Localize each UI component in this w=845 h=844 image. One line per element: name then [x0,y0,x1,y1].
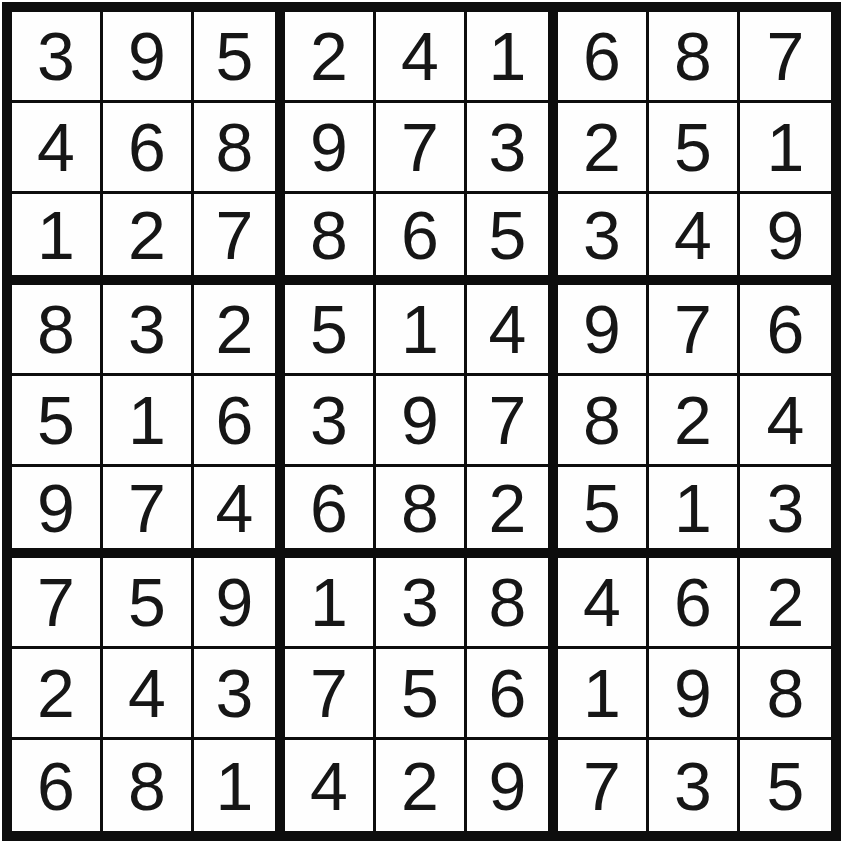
cell-r3c6[interactable]: 5 [467,194,558,285]
cell-r2c1[interactable]: 4 [12,103,103,194]
cell-r9c7[interactable]: 7 [558,740,649,831]
cell-r5c6[interactable]: 7 [467,376,558,467]
page-background: { "game": "sudoku", "status": "solved", … [0,0,845,844]
cell-r6c9[interactable]: 3 [740,467,831,558]
cell-r9c5[interactable]: 2 [376,740,467,831]
cell-r4c5[interactable]: 1 [376,285,467,376]
cell-r8c6[interactable]: 6 [467,649,558,740]
cell-r7c1[interactable]: 7 [12,558,103,649]
cell-r9c9[interactable]: 5 [740,740,831,831]
cell-r8c5[interactable]: 5 [376,649,467,740]
cell-r1c1[interactable]: 3 [12,12,103,103]
cell-r8c8[interactable]: 9 [649,649,740,740]
cell-r4c2[interactable]: 3 [103,285,194,376]
cell-r6c5[interactable]: 8 [376,467,467,558]
cell-r6c6[interactable]: 2 [467,467,558,558]
cell-r4c7[interactable]: 9 [558,285,649,376]
cell-r6c7[interactable]: 5 [558,467,649,558]
cell-r2c7[interactable]: 2 [558,103,649,194]
cell-r3c5[interactable]: 6 [376,194,467,285]
cell-r8c7[interactable]: 1 [558,649,649,740]
cell-r7c5[interactable]: 3 [376,558,467,649]
cell-r9c6[interactable]: 9 [467,740,558,831]
cell-r1c6[interactable]: 1 [467,12,558,103]
cell-r2c4[interactable]: 9 [285,103,376,194]
cell-r6c2[interactable]: 7 [103,467,194,558]
cell-r9c3[interactable]: 1 [194,740,285,831]
cell-r2c8[interactable]: 5 [649,103,740,194]
cell-r1c3[interactable]: 5 [194,12,285,103]
cell-r1c5[interactable]: 4 [376,12,467,103]
cell-r7c8[interactable]: 6 [649,558,740,649]
cell-r2c9[interactable]: 1 [740,103,831,194]
cell-r1c4[interactable]: 2 [285,12,376,103]
cell-r9c2[interactable]: 8 [103,740,194,831]
cell-r6c4[interactable]: 6 [285,467,376,558]
cell-r3c9[interactable]: 9 [740,194,831,285]
cell-r3c8[interactable]: 4 [649,194,740,285]
cell-r5c7[interactable]: 8 [558,376,649,467]
cell-r4c3[interactable]: 2 [194,285,285,376]
cell-r3c3[interactable]: 7 [194,194,285,285]
cell-r1c2[interactable]: 9 [103,12,194,103]
cell-r7c2[interactable]: 5 [103,558,194,649]
cell-r5c5[interactable]: 9 [376,376,467,467]
cell-r6c3[interactable]: 4 [194,467,285,558]
cell-r7c3[interactable]: 9 [194,558,285,649]
cell-r7c9[interactable]: 2 [740,558,831,649]
cell-r9c1[interactable]: 6 [12,740,103,831]
cell-r2c2[interactable]: 6 [103,103,194,194]
cell-r5c4[interactable]: 3 [285,376,376,467]
cell-r6c8[interactable]: 1 [649,467,740,558]
cell-r5c8[interactable]: 2 [649,376,740,467]
cell-r3c4[interactable]: 8 [285,194,376,285]
cell-r1c9[interactable]: 7 [740,12,831,103]
cell-r7c6[interactable]: 8 [467,558,558,649]
cell-r5c1[interactable]: 5 [12,376,103,467]
cell-r2c5[interactable]: 7 [376,103,467,194]
sudoku-board: 3952416874689732511278653498325149765163… [2,2,841,841]
cell-r3c1[interactable]: 1 [12,194,103,285]
cell-r4c6[interactable]: 4 [467,285,558,376]
cell-r3c7[interactable]: 3 [558,194,649,285]
cell-r5c3[interactable]: 6 [194,376,285,467]
cell-r6c1[interactable]: 9 [12,467,103,558]
cell-r9c8[interactable]: 3 [649,740,740,831]
cell-r7c7[interactable]: 4 [558,558,649,649]
cell-r7c4[interactable]: 1 [285,558,376,649]
cell-r8c3[interactable]: 3 [194,649,285,740]
cell-r4c8[interactable]: 7 [649,285,740,376]
cell-r1c8[interactable]: 8 [649,12,740,103]
cell-r3c2[interactable]: 2 [103,194,194,285]
cell-r4c9[interactable]: 6 [740,285,831,376]
cell-r5c9[interactable]: 4 [740,376,831,467]
cell-r2c6[interactable]: 3 [467,103,558,194]
cell-r2c3[interactable]: 8 [194,103,285,194]
cell-r8c2[interactable]: 4 [103,649,194,740]
cell-r8c4[interactable]: 7 [285,649,376,740]
cell-r8c9[interactable]: 8 [740,649,831,740]
cell-r4c1[interactable]: 8 [12,285,103,376]
cell-r1c7[interactable]: 6 [558,12,649,103]
cell-r9c4[interactable]: 4 [285,740,376,831]
cell-r4c4[interactable]: 5 [285,285,376,376]
cell-r5c2[interactable]: 1 [103,376,194,467]
cell-r8c1[interactable]: 2 [12,649,103,740]
